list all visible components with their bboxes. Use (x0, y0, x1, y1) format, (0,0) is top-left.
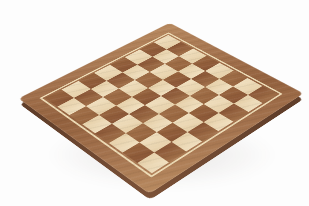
square-a7 (140, 42, 167, 56)
square-c6 (150, 64, 178, 80)
square-b3 (91, 80, 120, 97)
chess-board (18, 23, 304, 194)
square-d8 (192, 56, 219, 71)
square-f7 (205, 78, 234, 95)
square-b7 (152, 49, 179, 64)
square-a3 (78, 73, 106, 89)
square-b5 (122, 64, 150, 80)
square-e6 (176, 79, 205, 96)
square-d5 (148, 79, 177, 96)
square-b4 (107, 72, 135, 88)
square-c5 (135, 72, 163, 88)
inlay-border (39, 32, 282, 177)
square-b6 (137, 57, 164, 72)
square-c8 (179, 49, 206, 64)
square-e8 (206, 63, 234, 79)
square-f8 (219, 70, 247, 86)
square-d6 (163, 71, 191, 87)
square-a8 (154, 35, 180, 49)
square-d7 (178, 63, 206, 79)
square-g8 (233, 78, 262, 95)
board-frame (18, 23, 304, 194)
square-c4 (119, 80, 148, 97)
square-a6 (125, 49, 152, 64)
board-tilt-wrapper (0, 0, 309, 206)
square-a4 (94, 65, 122, 81)
square-a2 (62, 81, 91, 98)
square-b8 (167, 42, 194, 56)
square-e7 (191, 71, 219, 87)
board-squares-grid (45, 35, 277, 173)
board-photo-canvas (0, 0, 309, 206)
square-c7 (165, 56, 192, 71)
square-a5 (110, 57, 137, 72)
